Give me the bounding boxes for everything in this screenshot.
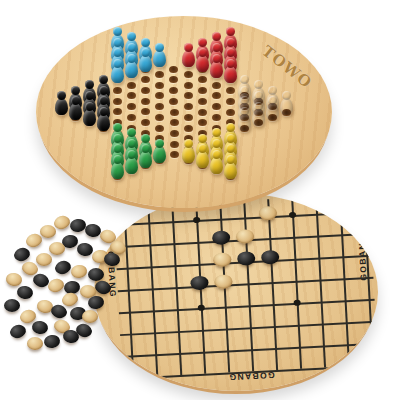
- board-hole: [212, 82, 221, 89]
- stone-black: [261, 250, 280, 265]
- board-hole: [212, 92, 221, 99]
- board-hole: [169, 66, 178, 73]
- board-hole: [141, 119, 150, 126]
- board-hole: [155, 82, 164, 89]
- board-hole: [184, 71, 193, 78]
- grid-line-vertical: [171, 204, 182, 375]
- board-hole: [184, 114, 193, 121]
- board-hole: [169, 87, 178, 94]
- board-hole: [155, 71, 164, 78]
- peg-green: [153, 146, 166, 163]
- peg-green: [139, 151, 152, 168]
- stone-black: [76, 242, 94, 257]
- grid-line-horizontal: [119, 299, 375, 314]
- stone-wood: [52, 214, 71, 231]
- stone-wood: [60, 291, 79, 308]
- peg-black: [55, 98, 68, 115]
- stone-wood: [46, 277, 65, 294]
- product-photo: GOBANG GOBANG GOBANG TOWO: [0, 0, 400, 400]
- board-hole: [198, 98, 207, 105]
- stone-wood: [40, 225, 56, 238]
- peg-blue: [153, 50, 166, 67]
- board-hole: [155, 92, 164, 99]
- grid-line-horizontal: [114, 211, 370, 226]
- board-hole: [141, 76, 150, 83]
- board-hole: [113, 98, 122, 105]
- stone-black: [237, 251, 256, 266]
- peg-white: [252, 109, 265, 126]
- board-hole: [170, 109, 179, 116]
- star-point: [288, 212, 295, 218]
- board-hole: [184, 92, 193, 99]
- board-hole: [212, 114, 221, 121]
- peg-white: [280, 98, 293, 115]
- gobang-grid: GOBANG GOBANG GOBANG: [94, 193, 378, 391]
- stone-black: [43, 334, 61, 349]
- stone-black: [8, 323, 27, 340]
- gobang-board: GOBANG GOBANG GOBANG: [94, 193, 378, 391]
- stone-black: [69, 306, 87, 321]
- stone-wood: [36, 253, 52, 266]
- stone-wood: [259, 206, 278, 221]
- brand-logo: TOWO: [259, 42, 316, 92]
- peg-black: [69, 103, 82, 120]
- stone-wood: [52, 318, 71, 335]
- board-hole: [170, 119, 179, 126]
- grid-line-vertical: [315, 197, 326, 368]
- peg-red: [210, 61, 223, 78]
- peg-yellow: [210, 157, 223, 174]
- stone-black: [31, 320, 49, 335]
- board-hole: [170, 141, 179, 148]
- board-hole: [155, 103, 164, 110]
- board-hole: [198, 109, 207, 116]
- stone-wood: [82, 310, 98, 323]
- stone-black: [31, 272, 50, 289]
- peg-red: [196, 55, 209, 72]
- board-hole: [141, 98, 150, 105]
- stone-wood: [5, 272, 23, 287]
- board-hole: [113, 87, 122, 94]
- stone-black: [63, 280, 81, 295]
- star-point: [293, 300, 300, 306]
- grid-line-vertical: [123, 207, 134, 378]
- board-hole: [127, 114, 136, 121]
- board-hole: [141, 108, 150, 115]
- stone-black: [61, 234, 79, 249]
- stone-wood: [49, 242, 65, 255]
- stone-black: [212, 230, 231, 245]
- board-hole: [226, 87, 235, 94]
- peg-white: [266, 103, 279, 120]
- board-hole: [226, 98, 235, 105]
- board-hole: [184, 82, 193, 89]
- board-hole: [127, 82, 136, 89]
- grid-line-horizontal: [118, 277, 374, 292]
- stone-black: [53, 259, 72, 276]
- stone-black: [190, 275, 209, 290]
- stone-wood: [213, 252, 232, 267]
- board-hole: [127, 92, 136, 99]
- board-hole: [169, 98, 178, 105]
- stone-wood: [24, 232, 43, 249]
- board-hole: [170, 130, 179, 137]
- peg-blue: [139, 55, 152, 72]
- peg-red: [224, 66, 237, 83]
- grid-line-vertical: [291, 198, 302, 369]
- peg-white: [238, 114, 251, 131]
- board-hole: [170, 151, 179, 158]
- board-hole: [212, 103, 221, 110]
- grid-line-vertical: [339, 195, 350, 366]
- peg-yellow: [182, 146, 195, 163]
- grid-line-vertical: [243, 200, 254, 371]
- stone-black: [74, 322, 93, 339]
- stone-black: [16, 285, 34, 300]
- stone-wood: [18, 308, 37, 325]
- stone-wood: [70, 264, 88, 279]
- board-hole: [141, 87, 150, 94]
- stone-wood: [236, 229, 255, 244]
- peg-green: [111, 162, 124, 179]
- peg-yellow: [196, 151, 209, 168]
- star-point: [197, 305, 204, 311]
- board-hole: [184, 125, 193, 132]
- stone-wood: [27, 337, 43, 350]
- board-hole: [113, 108, 122, 115]
- stone-black: [12, 246, 31, 263]
- grid-line-horizontal: [120, 321, 376, 336]
- peg-red: [182, 50, 195, 67]
- stone-wood: [20, 260, 39, 277]
- chinese-checkers-board: TOWO: [36, 16, 332, 208]
- peg-yellow: [224, 162, 237, 179]
- star-point: [193, 217, 200, 223]
- stone-black: [4, 299, 20, 312]
- board-hole: [198, 119, 207, 126]
- board-hole: [184, 103, 193, 110]
- stone-black: [49, 303, 68, 320]
- board-hole: [155, 114, 164, 121]
- board-hole: [198, 87, 207, 94]
- stone-wood: [36, 299, 54, 314]
- stone-black: [69, 218, 87, 233]
- peg-black: [97, 114, 110, 131]
- board-hole: [198, 76, 207, 83]
- grid-line-horizontal: [121, 343, 377, 358]
- board-hole: [226, 109, 235, 116]
- stone-black: [62, 329, 80, 344]
- stone-wood: [214, 274, 233, 289]
- board-hole: [127, 103, 136, 110]
- stone-black: [84, 223, 102, 238]
- gobang-label-left: GOBANG: [106, 251, 118, 298]
- board-hole: [169, 76, 178, 83]
- board-hole: [155, 125, 164, 132]
- grid-line-vertical: [267, 199, 278, 370]
- grid-line-vertical: [147, 205, 158, 376]
